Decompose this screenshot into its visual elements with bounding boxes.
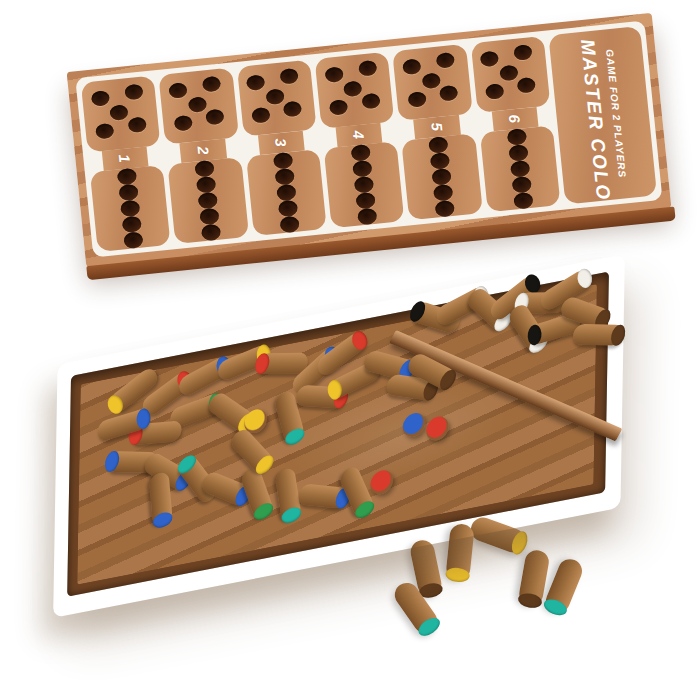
lid-column-3: 3 [237,60,327,237]
score-peg-hole[interactable] [517,77,536,94]
guess-peg-hole[interactable] [278,200,299,218]
score-peg-hole[interactable] [110,105,129,122]
guess-peg-hole[interactable] [195,160,216,178]
peg-blue[interactable] [149,470,173,528]
score-peg-hole[interactable] [485,83,504,100]
guess-section-1 [90,165,171,252]
score-peg-hole[interactable] [421,73,440,90]
score-section-1 [81,75,161,152]
guess-section-2 [168,157,249,244]
score-peg-hole[interactable] [188,97,207,114]
black-tip [407,300,428,324]
column-number-label: 5 [428,122,446,132]
score-peg-hole[interactable] [343,81,362,98]
guess-peg-hole[interactable] [510,160,531,178]
guess-peg-hole[interactable] [196,175,217,193]
score-section-3 [237,60,317,137]
guess-peg-hole[interactable] [432,168,453,186]
guess-peg-hole[interactable] [276,184,297,202]
score-peg-hole[interactable] [407,91,426,108]
master-color-game-photo: 123456 MASTER COLOR GAME FOR 2 PLAYERS [0,0,700,700]
score-peg-hole[interactable] [90,90,109,107]
guess-peg-hole[interactable] [120,199,141,217]
score-section-4 [315,52,395,129]
lid-column-5: 5 [392,44,482,221]
score-section-6 [470,36,550,113]
score-peg-hole[interactable] [127,117,146,134]
yellow-tip [509,529,530,556]
guess-peg-hole[interactable] [355,192,376,210]
score-peg-hole[interactable] [513,44,532,61]
guess-peg-hole[interactable] [506,128,527,146]
peg-teal[interactable] [542,556,585,617]
score-peg-hole[interactable] [480,50,499,67]
guess-peg-hole[interactable] [200,207,221,225]
guess-section-6 [479,125,560,212]
guess-peg-hole[interactable] [118,183,139,201]
guess-peg-hole[interactable] [274,168,295,186]
column-number-label: 2 [194,145,212,155]
score-peg-hole[interactable] [280,68,299,85]
white-tip [575,266,595,291]
scoring-peg-compartment [81,284,597,384]
score-peg-hole[interactable] [439,85,458,102]
red-tip [349,328,370,353]
guess-section-3 [246,149,327,236]
column-number-label: 3 [272,138,290,148]
guess-peg-hole[interactable] [511,176,532,194]
score-peg-hole[interactable] [266,89,285,106]
guess-peg-hole[interactable] [508,144,529,162]
score-peg-hole[interactable] [202,76,221,93]
guess-peg-hole[interactable] [429,136,450,154]
peg-blue[interactable] [403,411,426,439]
guess-peg-hole[interactable] [351,144,372,162]
teal-tip [281,505,303,526]
score-peg-hole[interactable] [402,58,421,75]
guess-peg-hole[interactable] [354,176,375,194]
teal-tip [542,596,569,618]
score-peg-hole[interactable] [173,115,192,132]
score-peg-hole[interactable] [251,107,270,124]
score-peg-hole[interactable] [246,74,265,91]
plain-tip [517,592,543,610]
column-number-label: 6 [506,114,524,124]
guess-peg-hole[interactable] [201,223,222,241]
teal-tip [415,614,443,639]
column-number-label: 4 [350,130,368,140]
score-peg-hole[interactable] [168,82,187,99]
guess-peg-hole[interactable] [433,184,454,202]
guess-peg-hole[interactable] [279,215,300,233]
column-number-label: 1 [116,153,134,163]
guess-peg-hole[interactable] [435,200,456,218]
guess-peg-hole[interactable] [198,191,219,209]
guess-peg-hole[interactable] [352,160,373,178]
lid-column-4: 4 [315,52,405,229]
guess-section-4 [324,141,405,228]
yellow-tip [105,392,127,417]
guess-peg-hole[interactable] [122,215,143,233]
teal-tip [283,425,306,447]
score-peg-hole[interactable] [329,99,348,116]
score-section-2 [159,68,239,145]
score-peg-hole[interactable] [324,66,343,83]
score-peg-hole[interactable] [124,84,143,101]
game-lid-board: 123456 MASTER COLOR GAME FOR 2 PLAYERS [67,13,672,267]
blue-tip [152,510,173,530]
guess-peg-hole[interactable] [513,192,534,210]
lid-column-1: 1 [81,75,171,252]
peg-red[interactable] [426,415,449,443]
guess-peg-hole[interactable] [117,167,138,185]
score-peg-hole[interactable] [205,109,224,126]
plain-tip [609,325,627,346]
title-section: MASTER COLOR GAME FOR 2 PLAYERS [548,26,657,204]
green-tip [252,500,275,523]
guess-peg-hole[interactable] [273,152,294,170]
score-peg-hole[interactable] [435,52,454,69]
lid-column-6: 6 [470,36,560,213]
blue-tip [103,451,121,472]
score-peg-hole[interactable] [358,60,377,77]
peg-red[interactable] [370,468,393,496]
guess-peg-hole[interactable] [123,231,144,249]
score-section-5 [392,44,472,121]
guess-peg-hole[interactable] [430,152,451,170]
guess-peg-hole[interactable] [357,208,378,226]
score-peg-hole[interactable] [283,101,302,118]
lid-column-2: 2 [159,68,249,245]
score-peg-hole[interactable] [361,93,380,110]
score-peg-hole[interactable] [499,65,518,82]
green-tip [353,498,376,522]
score-peg-hole[interactable] [95,123,114,140]
guess-section-5 [402,133,483,220]
yellow-tip [445,567,470,583]
peg-plain[interactable] [571,324,625,346]
